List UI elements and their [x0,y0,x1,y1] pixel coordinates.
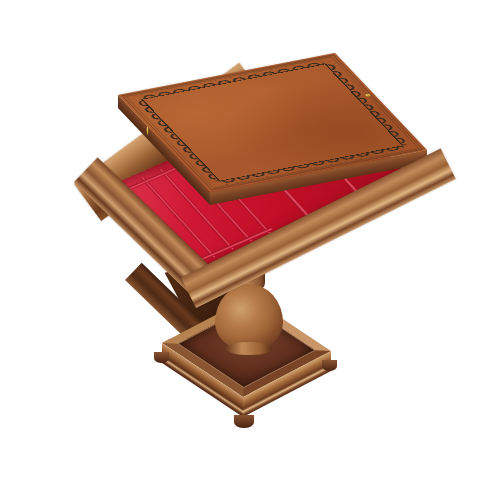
engraved-scallop-border-top [139,60,324,99]
base-foot [322,360,337,371]
base-foot [154,352,169,363]
brass-latch-icon [364,93,371,97]
base-foot [234,415,254,428]
pedestal-column-baluster [215,284,283,350]
chess-table-scene [0,0,480,480]
pedestal-column-foot-disc [226,342,272,355]
engraved-scallop-border-right [325,63,411,146]
